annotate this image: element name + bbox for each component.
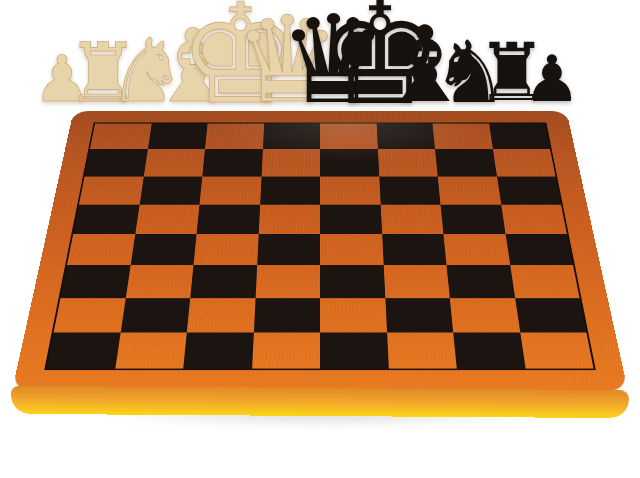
square-h8	[489, 124, 550, 150]
square-a5	[73, 204, 139, 234]
square-c6	[199, 176, 261, 204]
square-e3	[320, 265, 385, 298]
square-g7	[435, 149, 497, 176]
square-a4	[67, 234, 135, 265]
square-c7	[202, 149, 262, 176]
square-g4	[443, 234, 509, 265]
square-f5	[380, 204, 443, 234]
square-g1	[453, 332, 525, 368]
square-d5	[258, 204, 320, 234]
square-a2	[54, 298, 126, 332]
square-g6	[438, 176, 501, 204]
square-b6	[139, 176, 202, 204]
square-h1	[520, 332, 594, 368]
square-b3	[125, 265, 193, 298]
square-e7	[320, 149, 379, 176]
square-e1	[320, 332, 388, 368]
square-g5	[441, 204, 506, 234]
square-a8	[90, 124, 151, 150]
square-h6	[497, 176, 561, 204]
square-c2	[187, 298, 255, 332]
square-f6	[379, 176, 441, 204]
square-d6	[260, 176, 320, 204]
black-pawn-piece: ♟	[523, 47, 580, 111]
square-f2	[385, 298, 453, 332]
square-e5	[320, 204, 382, 234]
square-a6	[79, 176, 143, 204]
board-edge	[11, 386, 629, 418]
square-h3	[510, 265, 580, 298]
square-b4	[130, 234, 196, 265]
square-c3	[190, 265, 257, 298]
square-e6	[320, 176, 380, 204]
square-b7	[143, 149, 205, 176]
square-g2	[450, 298, 520, 332]
square-a7	[85, 149, 148, 176]
square-d7	[261, 149, 320, 176]
square-h2	[515, 298, 587, 332]
chess-set-product-photo: ♟ ♜ ♞ ♝ ♚ ♛ ♛ ♚ ♝ ♞ ♜ ♟	[0, 0, 640, 478]
square-f7	[378, 149, 438, 176]
board-grid	[44, 122, 596, 370]
square-g3	[447, 265, 515, 298]
square-e4	[320, 234, 383, 265]
square-h7	[493, 149, 556, 176]
square-h5	[501, 204, 567, 234]
chess-board	[12, 111, 628, 391]
square-c1	[183, 332, 253, 368]
square-c5	[197, 204, 260, 234]
square-a1	[46, 332, 120, 368]
square-b1	[115, 332, 187, 368]
square-e2	[320, 298, 387, 332]
square-d3	[255, 265, 320, 298]
square-a3	[60, 265, 130, 298]
square-f3	[383, 265, 450, 298]
square-f4	[382, 234, 447, 265]
square-b5	[135, 204, 200, 234]
square-c4	[193, 234, 258, 265]
square-d2	[253, 298, 320, 332]
square-d1	[252, 332, 320, 368]
square-d4	[257, 234, 320, 265]
square-b2	[120, 298, 190, 332]
square-h4	[505, 234, 573, 265]
square-f1	[387, 332, 457, 368]
